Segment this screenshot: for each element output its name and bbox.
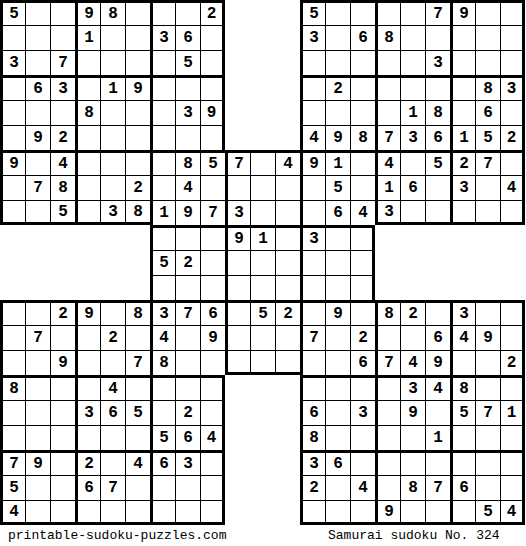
sudoku-cell-given: 2 [400,300,425,325]
sudoku-cell-empty[interactable] [125,150,150,175]
sudoku-cell-empty[interactable] [300,50,325,75]
sudoku-cell-empty[interactable] [125,100,150,125]
blank-region-cell [400,225,425,250]
sudoku-cell-empty[interactable] [150,175,175,200]
sudoku-cell-given: 3 [75,400,100,425]
sudoku-cell-empty[interactable] [50,375,75,400]
sudoku-cell-given: 1 [400,100,425,125]
sudoku-cell-empty[interactable] [325,350,350,375]
sudoku-cell-empty[interactable] [400,200,425,225]
sudoku-cell-given: 4 [500,500,525,525]
sudoku-cell-empty[interactable] [75,150,100,175]
sudoku-cell-empty[interactable] [75,50,100,75]
sudoku-cell-empty[interactable] [200,75,225,100]
sudoku-cell-empty[interactable] [125,475,150,500]
blank-region-cell [250,375,275,400]
sudoku-cell-empty[interactable] [425,75,450,100]
sudoku-cell-empty[interactable] [100,350,125,375]
sudoku-cell-empty[interactable] [25,100,50,125]
blank-region-cell [400,250,425,275]
sudoku-cell-given: 7 [425,475,450,500]
sudoku-cell-empty[interactable] [350,225,375,250]
blank-region-cell [225,500,250,525]
sudoku-cell-given: 5 [300,0,325,25]
sudoku-cell-empty[interactable] [375,375,400,400]
blank-region-cell [375,275,400,300]
sudoku-cell-empty[interactable] [150,100,175,125]
sudoku-cell-empty[interactable] [125,0,150,25]
sudoku-cell-given: 8 [375,25,400,50]
sudoku-cell-given: 3 [425,50,450,75]
sudoku-cell-given: 2 [50,300,75,325]
sudoku-cell-empty[interactable] [25,425,50,450]
sudoku-cell-given: 2 [125,175,150,200]
sudoku-cell-empty[interactable] [325,375,350,400]
sudoku-cell-empty[interactable] [200,275,225,300]
sudoku-cell-empty[interactable] [50,25,75,50]
sudoku-cell-empty[interactable] [400,500,425,525]
sudoku-cell-empty[interactable] [0,350,25,375]
sudoku-cell-empty[interactable] [125,425,150,450]
sudoku-cell-empty[interactable] [475,475,500,500]
sudoku-cell-empty[interactable] [375,475,400,500]
sudoku-cell-empty[interactable] [150,0,175,25]
sudoku-cell-empty[interactable] [250,150,275,175]
sudoku-cell-empty[interactable] [300,200,325,225]
sudoku-cell-empty[interactable] [350,100,375,125]
sudoku-cell-empty[interactable] [275,175,300,200]
sudoku-cell-empty[interactable] [50,450,75,475]
sudoku-cell-given: 9 [50,350,75,375]
sudoku-cell-empty[interactable] [500,25,525,50]
sudoku-cell-empty[interactable] [75,125,100,150]
blank-region-cell [225,400,250,425]
sudoku-cell-empty[interactable] [475,300,500,325]
sudoku-cell-empty[interactable] [175,225,200,250]
sudoku-cell-given: 4 [100,375,125,400]
sudoku-cell-empty[interactable] [475,25,500,50]
blank-region-cell [275,450,300,475]
sudoku-cell-empty[interactable] [125,325,150,350]
sudoku-cell-empty[interactable] [50,0,75,25]
sudoku-cell-empty[interactable] [325,250,350,275]
sudoku-cell-empty[interactable] [25,25,50,50]
sudoku-cell-empty[interactable] [375,75,400,100]
sudoku-cell-empty[interactable] [25,475,50,500]
sudoku-cell-empty[interactable] [25,50,50,75]
blank-region-cell [250,425,275,450]
blank-region-cell [475,225,500,250]
sudoku-cell-empty[interactable] [75,500,100,525]
sudoku-cell-empty[interactable] [450,50,475,75]
sudoku-cell-empty[interactable] [225,275,250,300]
sudoku-cell-empty[interactable] [500,450,525,475]
sudoku-cell-empty[interactable] [275,350,300,375]
sudoku-cell-empty[interactable] [100,25,125,50]
sudoku-cell-given: 3 [175,100,200,125]
sudoku-cell-empty[interactable] [0,325,25,350]
sudoku-cell-empty[interactable] [0,125,25,150]
sudoku-cell-empty[interactable] [25,200,50,225]
sudoku-cell-empty[interactable] [200,375,225,400]
sudoku-cell-empty[interactable] [275,325,300,350]
sudoku-cell-empty[interactable] [475,350,500,375]
sudoku-cell-empty[interactable] [300,375,325,400]
sudoku-cell-empty[interactable] [225,175,250,200]
sudoku-cell-empty[interactable] [450,75,475,100]
sudoku-cell-empty[interactable] [200,225,225,250]
sudoku-cell-given: 9 [25,125,50,150]
sudoku-cell-empty[interactable] [350,250,375,275]
sudoku-cell-empty[interactable] [125,500,150,525]
sudoku-cell-empty[interactable] [500,300,525,325]
sudoku-cell-empty[interactable] [325,25,350,50]
sudoku-cell-given: 3 [300,225,325,250]
sudoku-cell-empty[interactable] [175,325,200,350]
sudoku-cell-empty[interactable] [225,325,250,350]
blank-region-cell [100,225,125,250]
sudoku-cell-empty[interactable] [475,375,500,400]
sudoku-cell-empty[interactable] [25,400,50,425]
footer: printable-sudoku-puzzles.com Samurai sud… [0,525,526,546]
sudoku-cell-empty[interactable] [100,425,125,450]
sudoku-cell-empty[interactable] [250,275,275,300]
blank-region-cell [275,100,300,125]
sudoku-cell-empty[interactable] [350,450,375,475]
blank-region-cell [275,125,300,150]
sudoku-cell-given: 5 [475,125,500,150]
blank-region-cell [375,250,400,275]
sudoku-cell-empty[interactable] [325,50,350,75]
sudoku-cell-given: 2 [350,325,375,350]
sudoku-cell-empty[interactable] [75,75,100,100]
sudoku-cell-empty[interactable] [100,150,125,175]
sudoku-cell-empty[interactable] [50,500,75,525]
sudoku-cell-empty[interactable] [350,425,375,450]
sudoku-cell-empty[interactable] [325,275,350,300]
sudoku-cell-empty[interactable] [300,275,325,300]
sudoku-cell-empty[interactable] [175,275,200,300]
blank-region-cell [250,125,275,150]
sudoku-cell-empty[interactable] [350,500,375,525]
sudoku-cell-given: 7 [125,350,150,375]
sudoku-cell-empty[interactable] [400,450,425,475]
sudoku-cell-given: 7 [100,475,125,500]
sudoku-cell-empty[interactable] [75,425,100,450]
blank-region-cell [275,400,300,425]
sudoku-cell-given: 7 [375,350,400,375]
sudoku-cell-empty[interactable] [375,400,400,425]
sudoku-cell-empty[interactable] [150,225,175,250]
sudoku-cell-empty[interactable] [100,50,125,75]
sudoku-cell-empty[interactable] [275,250,300,275]
sudoku-cell-empty[interactable] [50,425,75,450]
sudoku-cell-empty[interactable] [200,250,225,275]
sudoku-cell-empty[interactable] [325,225,350,250]
sudoku-cell-empty[interactable] [300,250,325,275]
sudoku-cell-empty[interactable] [450,25,475,50]
sudoku-cell-given: 2 [75,450,100,475]
sudoku-cell-empty[interactable] [150,75,175,100]
sudoku-cell-given: 8 [375,300,400,325]
sudoku-cell-empty[interactable] [200,450,225,475]
sudoku-cell-empty[interactable] [350,375,375,400]
sudoku-cell-empty[interactable] [25,300,50,325]
sudoku-cell-empty[interactable] [175,350,200,375]
sudoku-cell-given: 6 [475,100,500,125]
sudoku-cell-empty[interactable] [100,300,125,325]
blank-region-cell [50,250,75,275]
sudoku-cell-empty[interactable] [300,350,325,375]
sudoku-cell-empty[interactable] [150,475,175,500]
sudoku-cell-empty[interactable] [25,150,50,175]
sudoku-cell-empty[interactable] [325,100,350,125]
sudoku-cell-empty[interactable] [75,350,100,375]
sudoku-cell-given: 2 [175,250,200,275]
sudoku-cell-empty[interactable] [325,325,350,350]
sudoku-cell-given: 4 [125,450,150,475]
blank-region-cell [500,250,525,275]
sudoku-cell-empty[interactable] [375,425,400,450]
sudoku-cell-empty[interactable] [50,100,75,125]
sudoku-cell-empty[interactable] [375,0,400,25]
blank-region-cell [225,100,250,125]
sudoku-cell-empty[interactable] [425,300,450,325]
sudoku-cell-empty[interactable] [0,400,25,425]
sudoku-cell-empty[interactable] [125,125,150,150]
sudoku-cell-empty[interactable] [300,175,325,200]
sudoku-cell-given: 7 [225,150,250,175]
sudoku-cell-empty[interactable] [0,425,25,450]
sudoku-cell-empty[interactable] [100,450,125,475]
sudoku-cell-empty[interactable] [75,325,100,350]
sudoku-cell-empty[interactable] [75,375,100,400]
sudoku-cell-empty[interactable] [50,400,75,425]
sudoku-cell-empty[interactable] [425,25,450,50]
sudoku-cell-empty[interactable] [300,300,325,325]
sudoku-cell-empty[interactable] [500,325,525,350]
sudoku-cell-empty[interactable] [200,475,225,500]
sudoku-cell-given: 1 [375,175,400,200]
sudoku-cell-empty[interactable] [25,350,50,375]
sudoku-cell-empty[interactable] [400,75,425,100]
sudoku-cell-given: 6 [325,450,350,475]
sudoku-cell-empty[interactable] [200,50,225,75]
sudoku-cell-given: 1 [75,25,100,50]
sudoku-cell-empty[interactable] [100,100,125,125]
sudoku-cell-empty[interactable] [475,425,500,450]
sudoku-cell-empty[interactable] [0,300,25,325]
sudoku-cell-empty[interactable] [475,200,500,225]
sudoku-cell-empty[interactable] [350,175,375,200]
blank-region-cell [250,400,275,425]
sudoku-cell-empty[interactable] [250,175,275,200]
sudoku-cell-empty[interactable] [450,450,475,475]
sudoku-cell-empty[interactable] [400,425,425,450]
sudoku-cell-empty[interactable] [250,250,275,275]
sudoku-cell-empty[interactable] [200,400,225,425]
sudoku-cell-empty[interactable] [25,500,50,525]
sudoku-cell-empty[interactable] [50,325,75,350]
sudoku-cell-empty[interactable] [450,200,475,225]
sudoku-cell-empty[interactable] [450,350,475,375]
sudoku-cell-given: 2 [200,0,225,25]
sudoku-cell-empty[interactable] [425,400,450,425]
sudoku-cell-empty[interactable] [500,150,525,175]
sudoku-cell-empty[interactable] [500,200,525,225]
sudoku-cell-empty[interactable] [500,475,525,500]
sudoku-cell-empty[interactable] [0,100,25,125]
sudoku-cell-empty[interactable] [325,425,350,450]
sudoku-cell-given: 1 [100,75,125,100]
sudoku-cell-empty[interactable] [25,375,50,400]
sudoku-cell-empty[interactable] [275,200,300,225]
blank-region-cell [275,0,300,25]
blank-region-cell [425,275,450,300]
blank-region-cell [425,250,450,275]
sudoku-cell-empty[interactable] [25,0,50,25]
sudoku-cell-empty[interactable] [400,0,425,25]
sudoku-cell-given: 4 [450,325,475,350]
sudoku-cell-empty[interactable] [350,275,375,300]
sudoku-cell-empty[interactable] [425,200,450,225]
sudoku-cell-empty[interactable] [350,300,375,325]
sudoku-cell-empty[interactable] [325,400,350,425]
sudoku-cell-empty[interactable] [200,25,225,50]
sudoku-cell-empty[interactable] [75,200,100,225]
sudoku-cell-given: 1 [500,400,525,425]
sudoku-cell-empty[interactable] [400,25,425,50]
sudoku-cell-given: 6 [75,475,100,500]
sudoku-cell-empty[interactable] [350,75,375,100]
sudoku-cell-empty[interactable] [200,125,225,150]
blank-region-cell [225,375,250,400]
sudoku-cell-empty[interactable] [325,0,350,25]
sudoku-cell-empty[interactable] [100,500,125,525]
sudoku-cell-empty[interactable] [425,450,450,475]
sudoku-cell-empty[interactable] [150,150,175,175]
blank-region-cell [250,450,275,475]
sudoku-cell-empty[interactable] [175,475,200,500]
sudoku-cell-empty[interactable] [175,125,200,150]
sudoku-cell-empty[interactable] [375,325,400,350]
sudoku-cell-empty[interactable] [375,100,400,125]
sudoku-cell-given: 5 [475,500,500,525]
sudoku-cell-empty[interactable] [100,175,125,200]
sudoku-cell-empty[interactable] [375,450,400,475]
sudoku-cell-empty[interactable] [250,200,275,225]
sudoku-cell-empty[interactable] [500,425,525,450]
sudoku-cell-empty[interactable] [475,175,500,200]
sudoku-cell-empty[interactable] [100,125,125,150]
sudoku-cell-given: 7 [25,175,50,200]
sudoku-cell-empty[interactable] [475,50,500,75]
sudoku-cell-empty[interactable] [300,75,325,100]
sudoku-cell-empty[interactable] [175,75,200,100]
sudoku-cell-empty[interactable] [150,50,175,75]
sudoku-cell-empty[interactable] [200,175,225,200]
sudoku-cell-empty[interactable] [275,225,300,250]
sudoku-cell-empty[interactable] [125,50,150,75]
sudoku-cell-empty[interactable] [500,100,525,125]
sudoku-cell-given: 1 [450,125,475,150]
sudoku-cell-empty[interactable] [350,150,375,175]
sudoku-cell-given: 8 [0,375,25,400]
sudoku-cell-empty[interactable] [0,175,25,200]
sudoku-cell-empty[interactable] [50,475,75,500]
sudoku-cell-empty[interactable] [500,375,525,400]
sudoku-cell-given: 9 [375,500,400,525]
sudoku-cell-empty[interactable] [150,400,175,425]
sudoku-cell-given: 8 [125,200,150,225]
sudoku-cell-given: 4 [400,350,425,375]
sudoku-cell-empty[interactable] [175,0,200,25]
sudoku-cell-empty[interactable] [275,275,300,300]
sudoku-cell-empty[interactable] [325,475,350,500]
sudoku-cell-empty[interactable] [225,350,250,375]
sudoku-cell-empty[interactable] [350,50,375,75]
sudoku-cell-empty[interactable] [450,425,475,450]
sudoku-cell-given: 6 [175,25,200,50]
sudoku-cell-empty[interactable] [250,350,275,375]
sudoku-cell-given: 4 [350,475,375,500]
sudoku-cell-empty[interactable] [0,200,25,225]
sudoku-cell-empty[interactable] [225,250,250,275]
sudoku-cell-empty[interactable] [200,350,225,375]
blank-region-cell [450,275,475,300]
sudoku-cell-empty[interactable] [325,500,350,525]
sudoku-cell-empty[interactable] [400,325,425,350]
sudoku-cell-empty[interactable] [350,0,375,25]
blank-region-cell [275,475,300,500]
sudoku-cell-empty[interactable] [200,500,225,525]
sudoku-cell-empty[interactable] [475,450,500,475]
sudoku-cell-empty[interactable] [175,375,200,400]
sudoku-cell-empty[interactable] [150,500,175,525]
blank-region-cell [475,275,500,300]
sudoku-cell-empty[interactable] [375,50,400,75]
sudoku-cell-given: 4 [500,175,525,200]
sudoku-cell-empty[interactable] [125,25,150,50]
sudoku-cell-empty[interactable] [150,375,175,400]
sudoku-cell-empty[interactable] [300,500,325,525]
sudoku-cell-empty[interactable] [450,500,475,525]
sudoku-cell-given: 9 [200,325,225,350]
sudoku-cell-empty[interactable] [0,25,25,50]
sudoku-cell-empty[interactable] [75,175,100,200]
sudoku-cell-empty[interactable] [500,50,525,75]
sudoku-cell-empty[interactable] [475,0,500,25]
sudoku-cell-empty[interactable] [125,375,150,400]
blank-region-cell [250,475,275,500]
sudoku-cell-empty[interactable] [400,150,425,175]
sudoku-cell-given: 7 [50,50,75,75]
sudoku-cell-empty[interactable] [150,275,175,300]
sudoku-cell-empty[interactable] [450,100,475,125]
sudoku-cell-empty[interactable] [175,500,200,525]
sudoku-cell-empty[interactable] [425,500,450,525]
blank-region-cell [75,250,100,275]
sudoku-cell-given: 2 [325,75,350,100]
sudoku-cell-empty[interactable] [225,300,250,325]
sudoku-cell-empty[interactable] [150,125,175,150]
sudoku-cell-empty[interactable] [0,75,25,100]
sudoku-cell-empty[interactable] [425,175,450,200]
sudoku-cell-empty[interactable] [300,100,325,125]
sudoku-cell-empty[interactable] [250,325,275,350]
sudoku-cell-empty[interactable] [500,0,525,25]
sudoku-cell-empty[interactable] [400,50,425,75]
